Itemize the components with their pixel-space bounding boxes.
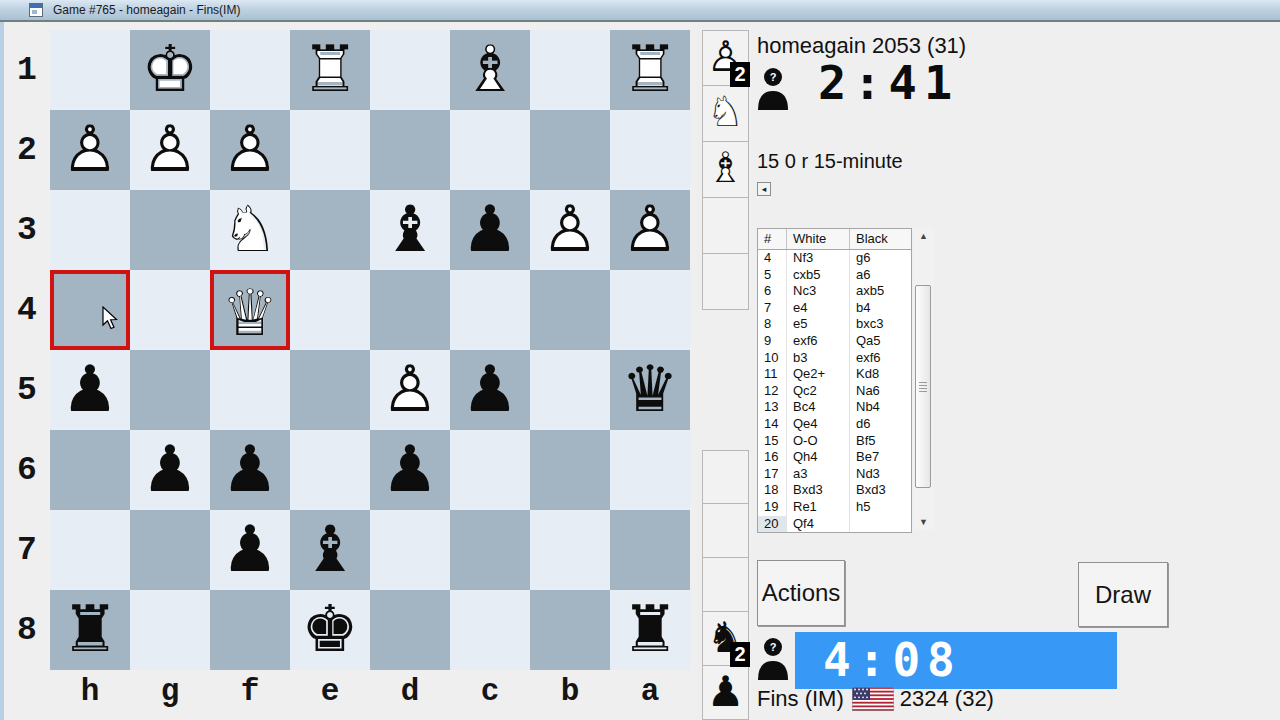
white-pawn[interactable]: ♟♙: [370, 350, 450, 430]
tray-cell: ♟: [702, 666, 749, 720]
move-row-11[interactable]: 11Qe2+Kd8: [758, 366, 911, 383]
black-queen[interactable]: ♛: [610, 350, 690, 430]
tray-cell: [702, 558, 749, 612]
black-pawn[interactable]: ♟: [50, 350, 130, 430]
square-g8[interactable]: [130, 590, 210, 670]
black-move[interactable]: Bxd3: [850, 482, 911, 499]
bottom-player-info: Fins (IM) 2324 (32): [757, 686, 994, 712]
move-row-6[interactable]: 6Nc3axb5: [758, 283, 911, 300]
white-rook[interactable]: ♜♖: [290, 30, 370, 110]
square-a7[interactable]: [610, 510, 690, 590]
square-f7[interactable]: ♟: [210, 510, 290, 590]
white-move[interactable]: Qc2: [787, 383, 850, 400]
white-move[interactable]: O-O: [787, 433, 850, 450]
scroll-down-icon[interactable]: ▼: [913, 514, 934, 530]
square-c7[interactable]: [450, 510, 530, 590]
square-c1[interactable]: ♝♗: [450, 30, 530, 110]
square-g5[interactable]: [130, 350, 210, 430]
square-d5[interactable]: ♟♙: [370, 350, 450, 430]
move-row-18[interactable]: 18Bxd3Bxd3: [758, 482, 911, 499]
rank-label-6: 6: [4, 430, 50, 510]
white-queen[interactable]: ♛♕: [214, 274, 286, 346]
square-c6[interactable]: [450, 430, 530, 510]
move-number[interactable]: 14: [758, 416, 787, 433]
white-move[interactable]: Qh4: [787, 449, 850, 466]
square-h1[interactable]: [50, 30, 130, 110]
move-row-15[interactable]: 15O-OBf5: [758, 433, 911, 450]
square-g4[interactable]: [130, 270, 210, 350]
draw-button[interactable]: Draw: [1078, 562, 1168, 627]
tray-cell: ♞♘: [702, 86, 749, 142]
black-move[interactable]: bxc3: [850, 316, 911, 333]
white-move[interactable]: e4: [787, 300, 850, 317]
window-icon: [29, 3, 43, 17]
white-king[interactable]: ♚♔: [130, 30, 210, 110]
move-number[interactable]: 5: [758, 267, 787, 284]
move-number[interactable]: 8: [758, 316, 787, 333]
move-row-16[interactable]: 16Qh4Be7: [758, 449, 911, 466]
rank-label-3: 3: [4, 190, 50, 270]
black-pawn[interactable]: ♟: [210, 430, 290, 510]
square-e8[interactable]: ♚: [290, 590, 370, 670]
move-number[interactable]: 12: [758, 383, 787, 400]
square-g3[interactable]: [130, 190, 210, 270]
file-label-h: h: [50, 670, 130, 720]
white-pawn[interactable]: ♟♙: [210, 110, 290, 190]
square-b6[interactable]: [530, 430, 610, 510]
square-e2[interactable]: [290, 110, 370, 190]
move-number[interactable]: 11: [758, 366, 787, 383]
white-move[interactable]: Bc4: [787, 399, 850, 416]
tray-cell: ♟♙2: [702, 30, 749, 86]
move-row-14[interactable]: 14Qe4d6: [758, 416, 911, 433]
square-b3[interactable]: ♟♙: [530, 190, 610, 270]
white-knight[interactable]: ♞♘: [703, 86, 748, 141]
captured-count-badge: 2: [730, 62, 750, 87]
square-h7[interactable]: [50, 510, 130, 590]
black-move[interactable]: b4: [850, 300, 911, 317]
square-d4[interactable]: [370, 270, 450, 350]
square-g2[interactable]: ♟♙: [130, 110, 210, 190]
square-b1[interactable]: [530, 30, 610, 110]
file-labels: hgfedcba: [50, 670, 690, 720]
move-number[interactable]: 6: [758, 283, 787, 300]
move-row-19[interactable]: 19Re1h5: [758, 499, 911, 516]
file-label-e: e: [290, 670, 370, 720]
move-number[interactable]: 7: [758, 300, 787, 317]
top-player-avatar-icon: ?: [756, 66, 790, 110]
tray-cell: ♝♗: [702, 142, 749, 198]
move-row-12[interactable]: 12Qc2Na6: [758, 383, 911, 400]
time-control-label: 15 0 r 15-minute: [757, 150, 903, 173]
black-move[interactable]: Nb4: [850, 399, 911, 416]
white-move[interactable]: Bxd3: [787, 482, 850, 499]
bottom-player-rating: 2324 (32): [900, 686, 994, 712]
black-move[interactable]: exf6: [850, 350, 911, 367]
captured-count-badge: 2: [730, 642, 750, 667]
move-list-scrollbar[interactable]: ▲ ▼: [913, 228, 934, 530]
black-rook[interactable]: ♜: [610, 590, 690, 670]
square-d2[interactable]: [370, 110, 450, 190]
square-e4[interactable]: [290, 270, 370, 350]
square-e3[interactable]: [290, 190, 370, 270]
rank-label-5: 5: [4, 350, 50, 430]
captured-black-pieces-tray: ♞2♟: [702, 450, 749, 720]
rank-label-8: 8: [4, 590, 50, 670]
move-row-4[interactable]: 4Nf3g6: [758, 250, 911, 267]
square-a5[interactable]: ♛: [610, 350, 690, 430]
move-number[interactable]: 4: [758, 250, 787, 267]
white-move[interactable]: exf6: [787, 333, 850, 350]
move-number[interactable]: 9: [758, 333, 787, 350]
file-label-a: a: [610, 670, 690, 720]
black-move[interactable]: a6: [850, 267, 911, 284]
move-row-20[interactable]: 20Qf4: [758, 516, 911, 533]
rank-label-7: 7: [4, 510, 50, 590]
square-c2[interactable]: [450, 110, 530, 190]
square-f1[interactable]: [210, 30, 290, 110]
white-bishop[interactable]: ♝♗: [703, 142, 748, 197]
window-titlebar[interactable]: Game #765 - homeagain - Fins(IM): [0, 0, 1280, 22]
square-d8[interactable]: [370, 590, 450, 670]
square-f6[interactable]: ♟: [210, 430, 290, 510]
white-pawn[interactable]: ♟♙: [610, 190, 690, 270]
square-b7[interactable]: [530, 510, 610, 590]
white-knight[interactable]: ♞♘: [210, 190, 290, 270]
square-b8[interactable]: [530, 590, 610, 670]
square-a1[interactable]: ♜♖: [610, 30, 690, 110]
black-move[interactable]: d6: [850, 416, 911, 433]
file-label-g: g: [130, 670, 210, 720]
move-list-header-black: Black: [850, 229, 911, 249]
black-move[interactable]: Bf5: [850, 433, 911, 450]
black-move[interactable]: Na6: [850, 383, 911, 400]
move-list: #WhiteBlack 4Nf3g65cxb5a66Nc3axb57e4b48e…: [757, 228, 912, 533]
move-number[interactable]: 16: [758, 449, 787, 466]
black-move[interactable]: Nd3: [850, 466, 911, 483]
top-player-clock: 2:41: [818, 55, 959, 110]
mouse-cursor: [102, 306, 122, 332]
black-pawn[interactable]: ♟: [130, 430, 210, 510]
square-c5[interactable]: ♟: [450, 350, 530, 430]
square-h3[interactable]: [50, 190, 130, 270]
move-number[interactable]: 20: [758, 516, 787, 533]
white-move[interactable]: Qe2+: [787, 366, 850, 383]
tray-cell: ♞2: [702, 612, 749, 666]
bottom-player-avatar-icon: ?: [756, 636, 790, 680]
move-row-10[interactable]: 10b3exf6: [758, 350, 911, 367]
black-move[interactable]: Kd8: [850, 366, 911, 383]
white-move[interactable]: Qe4: [787, 416, 850, 433]
white-move[interactable]: cxb5: [787, 267, 850, 284]
move-list-header: #WhiteBlack: [758, 229, 911, 250]
move-number[interactable]: 13: [758, 399, 787, 416]
chess-board[interactable]: ♚♔♜♖♝♗♜♖♟♙♟♙♟♙♞♘♝♟♟♙♟♙♛♕♟♟♙♟♛♟♟♟♟♝♜♚♜: [50, 30, 690, 670]
rank-label-4: 4: [4, 270, 50, 350]
square-c4[interactable]: [450, 270, 530, 350]
black-pawn[interactable]: ♟: [450, 190, 530, 270]
us-flag-icon: [852, 687, 894, 711]
black-rook[interactable]: ♜: [50, 590, 130, 670]
black-pawn[interactable]: ♟: [450, 350, 530, 430]
square-c8[interactable]: [450, 590, 530, 670]
square-a3[interactable]: ♟♙: [610, 190, 690, 270]
square-d3[interactable]: ♝: [370, 190, 450, 270]
square-e1[interactable]: ♜♖: [290, 30, 370, 110]
actions-button[interactable]: Actions: [757, 560, 845, 626]
move-list-header-num: #: [758, 229, 787, 249]
square-f4[interactable]: ♛♕: [210, 270, 290, 350]
move-list-header-white: White: [787, 229, 850, 249]
square-a6[interactable]: [610, 430, 690, 510]
black-move[interactable]: g6: [850, 250, 911, 267]
black-pawn[interactable]: ♟: [703, 666, 748, 719]
square-h6[interactable]: [50, 430, 130, 510]
tray-cell: [702, 254, 749, 310]
square-b2[interactable]: [530, 110, 610, 190]
square-h5[interactable]: ♟: [50, 350, 130, 430]
white-move[interactable]: Re1: [787, 499, 850, 516]
tray-cell: [702, 450, 749, 504]
white-move[interactable]: e5: [787, 316, 850, 333]
square-f2[interactable]: ♟♙: [210, 110, 290, 190]
black-pawn[interactable]: ♟: [370, 430, 450, 510]
white-move[interactable]: Nc3: [787, 283, 850, 300]
tray-cell: [702, 504, 749, 558]
black-bishop[interactable]: ♝: [370, 190, 450, 270]
black-bishop[interactable]: ♝: [290, 510, 370, 590]
file-label-f: f: [210, 670, 290, 720]
black-move[interactable]: Qa5: [850, 333, 911, 350]
file-label-b: b: [530, 670, 610, 720]
square-e6[interactable]: [290, 430, 370, 510]
black-move[interactable]: h5: [850, 499, 911, 516]
square-d7[interactable]: [370, 510, 450, 590]
white-move[interactable]: Qf4: [787, 516, 850, 533]
move-number[interactable]: 17: [758, 466, 787, 483]
rank-label-1: 1: [4, 30, 50, 110]
white-move[interactable]: Nf3: [787, 250, 850, 267]
square-a2[interactable]: [610, 110, 690, 190]
square-h8[interactable]: ♜: [50, 590, 130, 670]
move-row-9[interactable]: 9exf6Qa5: [758, 333, 911, 350]
square-b5[interactable]: [530, 350, 610, 430]
square-e7[interactable]: ♝: [290, 510, 370, 590]
rank-label-2: 2: [4, 110, 50, 190]
square-f5[interactable]: [210, 350, 290, 430]
move-row-8[interactable]: 8e5bxc3: [758, 316, 911, 333]
move-number[interactable]: 18: [758, 482, 787, 499]
svg-text:?: ?: [770, 641, 777, 653]
collapse-arrow-button[interactable]: ◂: [757, 182, 771, 196]
window-title: Game #765 - homeagain - Fins(IM): [53, 3, 240, 17]
move-list-body[interactable]: 4Nf3g65cxb5a66Nc3axb57e4b48e5bxc39exf6Qa…: [758, 250, 911, 532]
square-h2[interactable]: ♟♙: [50, 110, 130, 190]
move-row-5[interactable]: 5cxb5a6: [758, 267, 911, 284]
move-row-13[interactable]: 13Bc4Nb4: [758, 399, 911, 416]
square-f8[interactable]: [210, 590, 290, 670]
white-rook[interactable]: ♜♖: [610, 30, 690, 110]
tray-cell: [702, 198, 749, 254]
svg-text:?: ?: [770, 71, 777, 83]
file-label-d: d: [370, 670, 450, 720]
square-c3[interactable]: ♟: [450, 190, 530, 270]
move-number[interactable]: 19: [758, 499, 787, 516]
black-move[interactable]: axb5: [850, 283, 911, 300]
white-bishop[interactable]: ♝♗: [450, 30, 530, 110]
move-number[interactable]: 10: [758, 350, 787, 367]
bottom-player-clock-active: 4:08: [795, 632, 1117, 689]
white-pawn[interactable]: ♟♙: [130, 110, 210, 190]
move-number[interactable]: 15: [758, 433, 787, 450]
square-g6[interactable]: ♟: [130, 430, 210, 510]
white-move[interactable]: b3: [787, 350, 850, 367]
file-label-c: c: [450, 670, 530, 720]
scrollbar-thumb[interactable]: [915, 285, 931, 488]
black-king[interactable]: ♚: [290, 590, 370, 670]
square-f3[interactable]: ♞♘: [210, 190, 290, 270]
square-d6[interactable]: ♟: [370, 430, 450, 510]
square-e5[interactable]: [290, 350, 370, 430]
black-move[interactable]: [850, 516, 911, 533]
black-move[interactable]: Be7: [850, 449, 911, 466]
square-b4[interactable]: [530, 270, 610, 350]
square-g7[interactable]: [130, 510, 210, 590]
square-g1[interactable]: ♚♔: [130, 30, 210, 110]
white-move[interactable]: a3: [787, 466, 850, 483]
square-a4[interactable]: [610, 270, 690, 350]
square-d1[interactable]: [370, 30, 450, 110]
scroll-up-icon[interactable]: ▲: [913, 228, 934, 244]
scrollbar-grip: [919, 382, 927, 392]
square-a8[interactable]: ♜: [610, 590, 690, 670]
white-pawn[interactable]: ♟♙: [530, 190, 610, 270]
captured-white-pieces-tray: ♟♙2♞♘♝♗: [702, 30, 749, 310]
move-row-17[interactable]: 17a3Nd3: [758, 466, 911, 483]
rank-labels: 12345678: [4, 30, 50, 670]
black-pawn[interactable]: ♟: [210, 510, 290, 590]
move-row-7[interactable]: 7e4b4: [758, 300, 911, 317]
bottom-player-name: Fins (IM): [757, 686, 844, 712]
white-pawn[interactable]: ♟♙: [50, 110, 130, 190]
